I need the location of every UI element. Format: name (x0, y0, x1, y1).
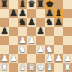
black-knight[interactable]: ♞ (18, 18, 26, 27)
square-g3[interactable] (54, 45, 63, 54)
black-bishop[interactable]: ♝ (18, 0, 26, 9)
square-e6[interactable] (36, 18, 45, 27)
white-pawn[interactable]: ♟ (36, 45, 44, 54)
white-bishop[interactable]: ♝ (45, 63, 53, 72)
white-pawn[interactable]: ♟ (0, 54, 8, 63)
square-e5[interactable]: ♟ (36, 27, 45, 36)
square-h1[interactable]: ♜ (63, 63, 72, 72)
square-d1[interactable]: ♛ (27, 63, 36, 72)
square-h5[interactable] (63, 27, 72, 36)
square-g7[interactable]: ♝ (54, 9, 63, 18)
square-c5[interactable] (18, 27, 27, 36)
black-bishop[interactable]: ♝ (54, 9, 62, 18)
black-rook[interactable]: ♜ (36, 0, 44, 9)
black-pawn[interactable]: ♟ (0, 27, 8, 36)
black-queen[interactable]: ♛ (27, 0, 35, 9)
white-queen[interactable]: ♛ (27, 63, 35, 72)
square-f1[interactable]: ♝ (45, 63, 54, 72)
square-b1[interactable] (9, 63, 18, 72)
square-h2[interactable]: ♟ (63, 54, 72, 63)
square-f4[interactable] (45, 36, 54, 45)
white-pawn[interactable]: ♟ (54, 54, 62, 63)
square-d4[interactable]: ♟ (27, 36, 36, 45)
square-g8[interactable] (54, 0, 63, 9)
white-pawn[interactable]: ♟ (18, 36, 26, 45)
square-a7[interactable] (0, 9, 9, 18)
white-pawn[interactable]: ♟ (63, 54, 71, 63)
square-a2[interactable]: ♟ (0, 54, 9, 63)
square-c1[interactable]: ♝ (18, 63, 27, 72)
white-pawn[interactable]: ♟ (9, 54, 17, 63)
square-h4[interactable] (63, 36, 72, 45)
black-knight[interactable]: ♞ (45, 18, 53, 27)
square-g1[interactable] (54, 63, 63, 72)
square-b7[interactable]: ♟ (9, 9, 18, 18)
white-bishop[interactable]: ♝ (18, 63, 26, 72)
square-e8[interactable]: ♜ (36, 0, 45, 9)
square-c6[interactable]: ♞ (18, 18, 27, 27)
square-b5[interactable] (9, 27, 18, 36)
square-e1[interactable]: ♚ (36, 63, 45, 72)
square-a3[interactable] (0, 45, 9, 54)
square-g2[interactable]: ♟ (54, 54, 63, 63)
square-e2[interactable] (36, 54, 45, 63)
square-b8[interactable] (9, 0, 18, 9)
square-c3[interactable]: ♞ (18, 45, 27, 54)
square-c7[interactable]: ♟ (18, 9, 27, 18)
white-pawn[interactable]: ♟ (27, 36, 35, 45)
square-f6[interactable]: ♞ (45, 18, 54, 27)
black-pawn[interactable]: ♟ (54, 18, 62, 27)
square-e7[interactable] (36, 9, 45, 18)
square-a6[interactable] (0, 18, 9, 27)
square-d5[interactable] (27, 27, 36, 36)
square-f5[interactable] (45, 27, 54, 36)
white-rook[interactable]: ♜ (0, 63, 8, 72)
square-b3[interactable] (9, 45, 18, 54)
square-g6[interactable]: ♟ (54, 18, 63, 27)
white-king[interactable]: ♚ (36, 63, 44, 72)
square-d3[interactable] (27, 45, 36, 54)
square-e4[interactable] (36, 36, 45, 45)
square-f8[interactable]: ♚ (45, 0, 54, 9)
square-g4[interactable] (54, 36, 63, 45)
square-h6[interactable] (63, 18, 72, 27)
black-pawn[interactable]: ♟ (45, 9, 53, 18)
square-a4[interactable] (0, 36, 9, 45)
square-h7[interactable] (63, 9, 72, 18)
white-rook[interactable]: ♜ (63, 63, 71, 72)
black-pawn[interactable]: ♟ (27, 18, 35, 27)
square-d7[interactable] (27, 9, 36, 18)
square-g5[interactable] (54, 27, 63, 36)
square-b6[interactable] (9, 18, 18, 27)
black-king[interactable]: ♚ (45, 0, 53, 9)
square-f2[interactable]: ♟ (45, 54, 54, 63)
square-b2[interactable]: ♟ (9, 54, 18, 63)
square-a1[interactable]: ♜ (0, 63, 9, 72)
square-d8[interactable]: ♛ (27, 0, 36, 9)
square-h3[interactable] (63, 45, 72, 54)
square-c8[interactable]: ♝ (18, 0, 27, 9)
square-h8[interactable] (63, 0, 72, 9)
black-pawn[interactable]: ♟ (9, 9, 17, 18)
white-knight[interactable]: ♞ (18, 45, 26, 54)
square-b4[interactable] (9, 36, 18, 45)
square-c2[interactable] (18, 54, 27, 63)
square-a8[interactable]: ♜ (0, 0, 9, 9)
square-a5[interactable]: ♟ (0, 27, 9, 36)
square-f7[interactable]: ♟ (45, 9, 54, 18)
square-d2[interactable] (27, 54, 36, 63)
white-pawn[interactable]: ♟ (45, 54, 53, 63)
black-rook[interactable]: ♜ (0, 0, 8, 9)
chess-board[interactable]: ♜♝♛♜♚♟♟♟♝♞♟♞♟♟♟♟♟♞♟♞♟♟♟♟♟♜♝♛♚♝♜ (0, 0, 72, 72)
square-c4[interactable]: ♟ (18, 36, 27, 45)
square-f3[interactable]: ♞ (45, 45, 54, 54)
white-knight[interactable]: ♞ (45, 45, 53, 54)
black-pawn[interactable]: ♟ (36, 27, 44, 36)
square-d6[interactable]: ♟ (27, 18, 36, 27)
square-e3[interactable]: ♟ (36, 45, 45, 54)
black-pawn[interactable]: ♟ (18, 9, 26, 18)
